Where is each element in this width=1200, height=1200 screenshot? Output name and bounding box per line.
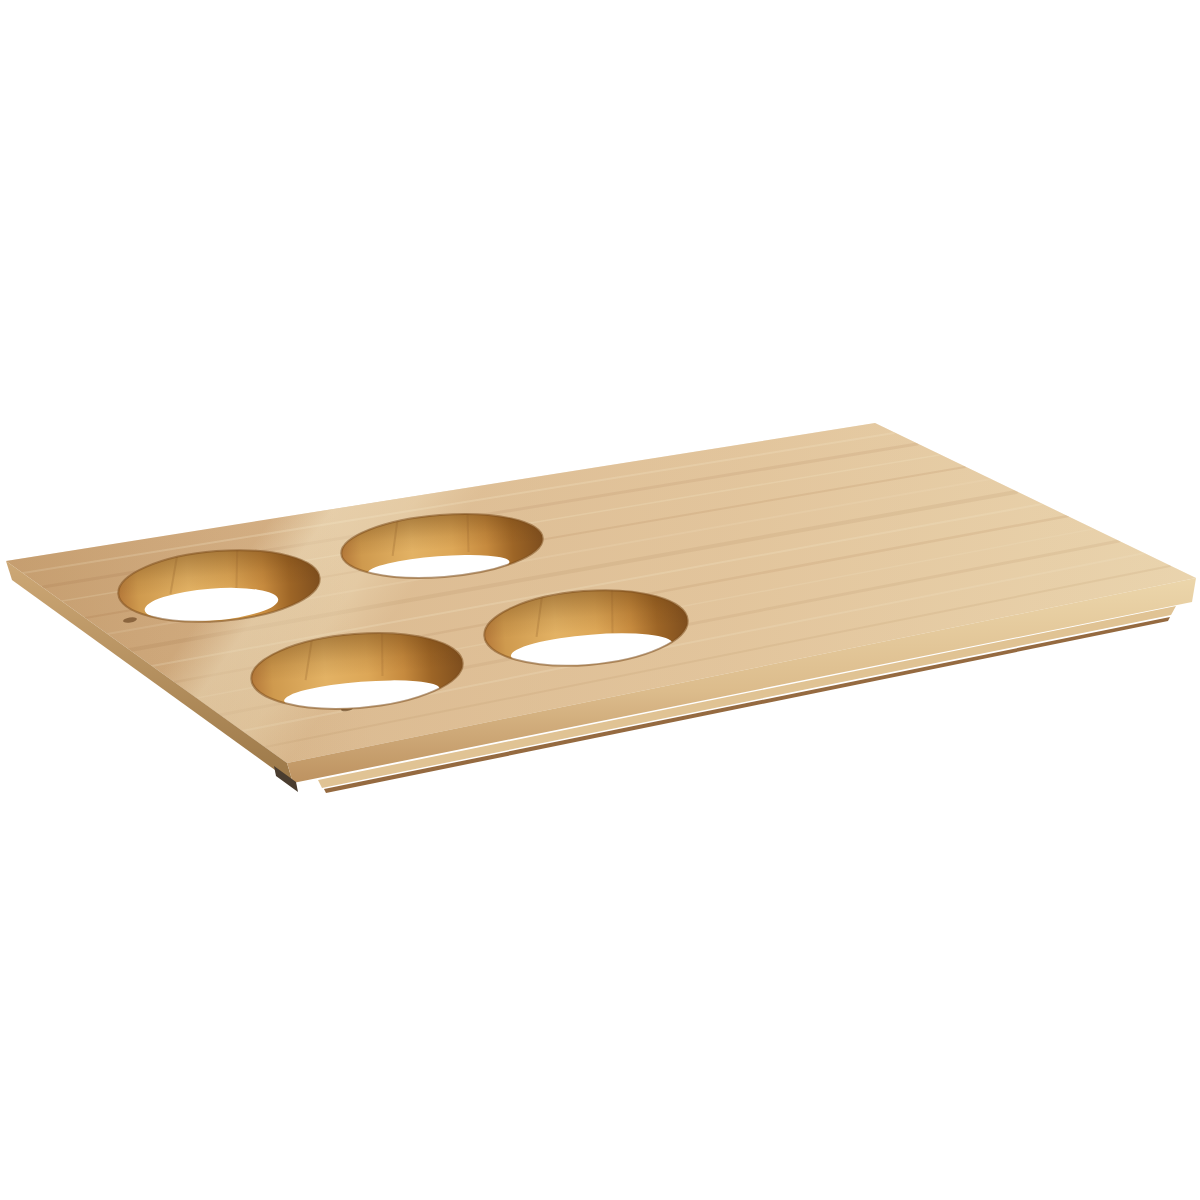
wooden-board-scene — [0, 0, 1200, 1200]
product-photo: Product photo of a light beech wood serv… — [0, 0, 1200, 1200]
